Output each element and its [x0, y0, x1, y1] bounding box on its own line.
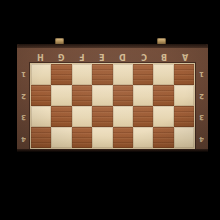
- square-e3: [92, 106, 112, 127]
- square-b3: [153, 106, 173, 127]
- square-h2: [31, 85, 51, 106]
- square-g1: [51, 64, 71, 85]
- rank-label-left-3: 3: [21, 113, 26, 120]
- square-f2: [72, 85, 92, 106]
- square-d4: [113, 127, 133, 148]
- square-b4: [153, 127, 173, 148]
- rank-label-right-4: 4: [199, 135, 204, 142]
- square-h3: [31, 106, 51, 127]
- file-labels-row: HGFEDCBA: [30, 48, 195, 63]
- file-label-a: A: [182, 52, 188, 60]
- square-e4: [92, 127, 112, 148]
- rank-label-right-3: 3: [199, 113, 204, 120]
- square-c1: [133, 64, 153, 85]
- square-d2: [113, 85, 133, 106]
- product-photo: HGFEDCBA 1234 1234: [0, 0, 220, 220]
- square-d1: [113, 64, 133, 85]
- file-label-h: H: [37, 52, 44, 60]
- square-g3: [51, 106, 71, 127]
- squares-grid: [30, 63, 195, 149]
- rank-label-right-1: 1: [199, 70, 204, 77]
- square-d3: [113, 106, 133, 127]
- file-label-b: B: [161, 52, 167, 60]
- rank-label-right-2: 2: [199, 92, 204, 99]
- rank-label-left-4: 4: [21, 135, 26, 142]
- square-a2: [174, 85, 194, 106]
- square-a1: [174, 64, 194, 85]
- square-a4: [174, 127, 194, 148]
- file-label-d: D: [119, 52, 126, 60]
- square-c3: [133, 106, 153, 127]
- square-f1: [72, 64, 92, 85]
- square-b1: [153, 64, 173, 85]
- rank-label-left-1: 1: [21, 70, 26, 77]
- board-fold-edge: [17, 149, 208, 152]
- rank-labels-left: 1234: [17, 63, 30, 149]
- square-f4: [72, 127, 92, 148]
- square-e2: [92, 85, 112, 106]
- file-label-c: C: [141, 52, 147, 60]
- chess-board: HGFEDCBA 1234 1234: [17, 44, 208, 152]
- rank-label-left-2: 2: [21, 92, 26, 99]
- square-e1: [92, 64, 112, 85]
- square-h4: [31, 127, 51, 148]
- square-f3: [72, 106, 92, 127]
- file-label-g: G: [58, 52, 65, 60]
- square-c2: [133, 85, 153, 106]
- file-label-f: F: [79, 52, 84, 60]
- square-c4: [133, 127, 153, 148]
- square-g2: [51, 85, 71, 106]
- square-g4: [51, 127, 71, 148]
- square-b2: [153, 85, 173, 106]
- square-h1: [31, 64, 51, 85]
- rank-labels-right: 1234: [195, 63, 208, 149]
- square-a3: [174, 106, 194, 127]
- file-label-e: E: [99, 52, 104, 60]
